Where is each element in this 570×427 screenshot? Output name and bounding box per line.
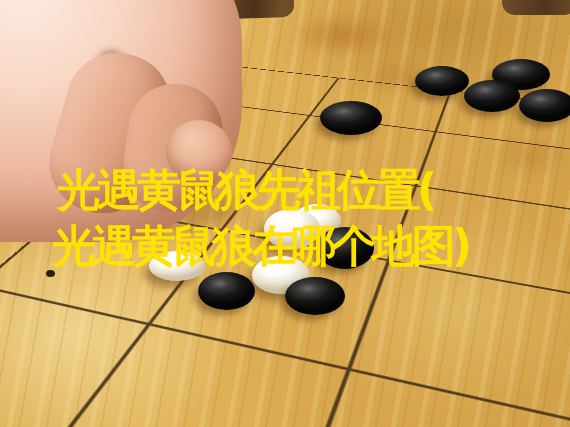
go-board-photo: 光遇黄鼠狼先祖位置( 光遇黄鼠狼在哪个地图)	[0, 0, 570, 427]
overlay-caption: 光遇黄鼠狼先祖位置( 光遇黄鼠狼在哪个地图)	[0, 0, 570, 427]
caption-line-2: 光遇黄鼠狼在哪个地图)	[52, 224, 468, 268]
caption-line-1: 光遇黄鼠狼先祖位置(	[57, 168, 433, 212]
